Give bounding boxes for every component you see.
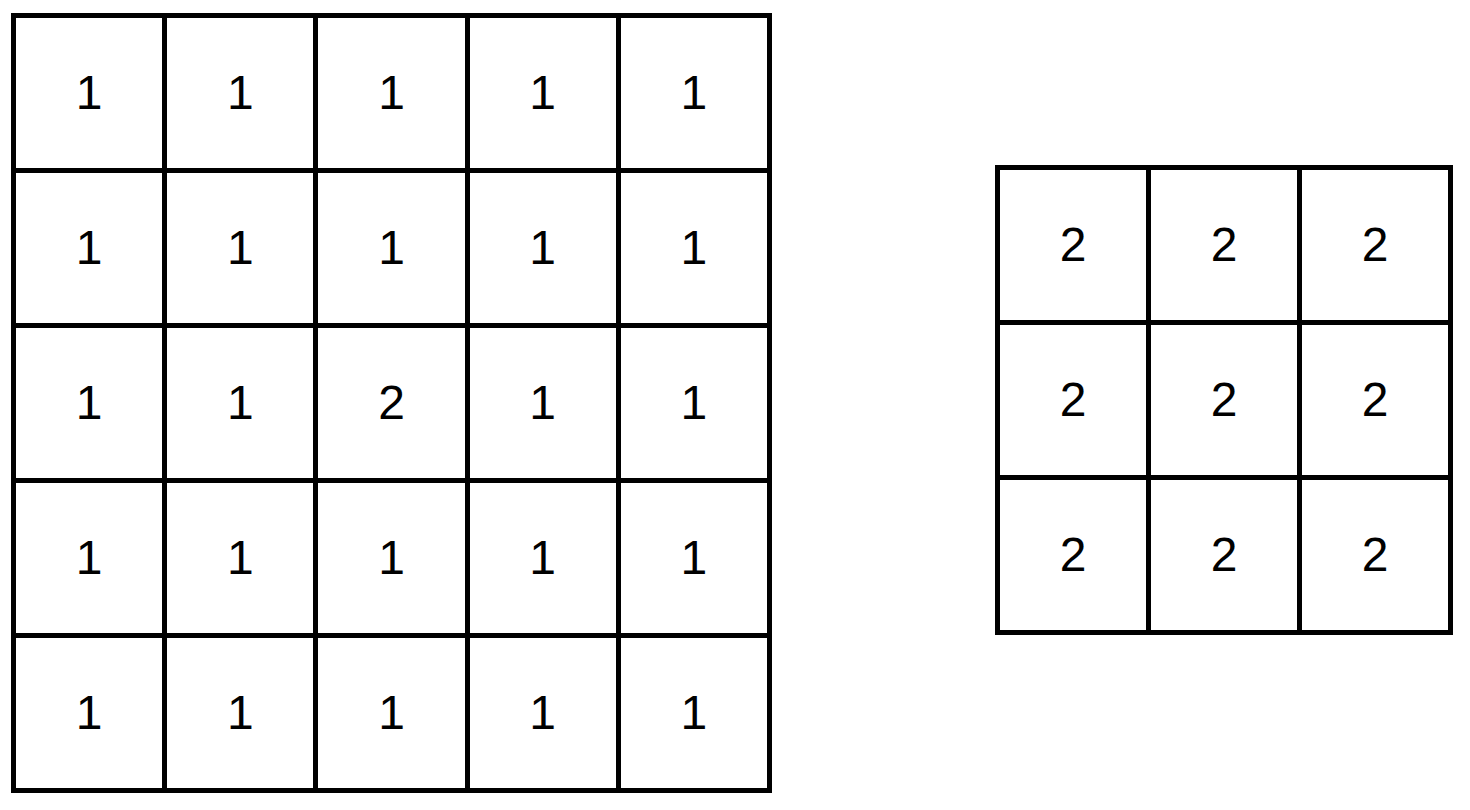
right-grid-cell: 2	[1151, 325, 1297, 475]
left-grid-cell: 1	[16, 328, 162, 478]
left-grid-cell: 1	[621, 483, 767, 633]
right-grid-cell: 2	[1151, 480, 1297, 630]
right-grid-cell: 2	[1151, 170, 1297, 320]
right-grid-cell: 2	[1302, 325, 1448, 475]
left-grid-cell: 1	[470, 173, 616, 323]
right-grid-3x3: 2 2 2 2 2 2 2 2 2	[995, 165, 1453, 635]
left-grid-cell-center: 2	[318, 328, 464, 478]
right-grid-cell: 2	[1302, 170, 1448, 320]
left-grid-cell: 1	[16, 483, 162, 633]
right-grid-cell: 2	[1000, 325, 1146, 475]
left-grid-cell: 1	[470, 483, 616, 633]
left-grid-cell: 1	[167, 483, 313, 633]
left-grid-cell: 1	[16, 638, 162, 788]
right-grid-cell: 2	[1302, 480, 1448, 630]
left-grid-cell: 1	[318, 483, 464, 633]
left-grid-cell: 1	[16, 18, 162, 168]
left-grid-cell: 1	[167, 173, 313, 323]
left-grid-cell: 1	[470, 328, 616, 478]
left-grid-cell: 1	[621, 328, 767, 478]
left-grid-cell: 1	[167, 18, 313, 168]
left-grid-cell: 1	[318, 18, 464, 168]
left-grid-cell: 1	[318, 173, 464, 323]
left-grid-cell: 1	[470, 18, 616, 168]
right-grid-cell: 2	[1000, 480, 1146, 630]
left-grid-5x5: 1 1 1 1 1 1 1 1 1 1 1 1 2 1 1 1 1 1 1 1 …	[11, 13, 772, 793]
left-grid-cell: 1	[167, 328, 313, 478]
right-grid-cell: 2	[1000, 170, 1146, 320]
left-grid-cell: 1	[621, 638, 767, 788]
left-grid-cell: 1	[621, 18, 767, 168]
left-grid-cell: 1	[621, 173, 767, 323]
left-grid-cell: 1	[16, 173, 162, 323]
left-grid-cell: 1	[167, 638, 313, 788]
left-grid-cell: 1	[470, 638, 616, 788]
left-grid-cell: 1	[318, 638, 464, 788]
